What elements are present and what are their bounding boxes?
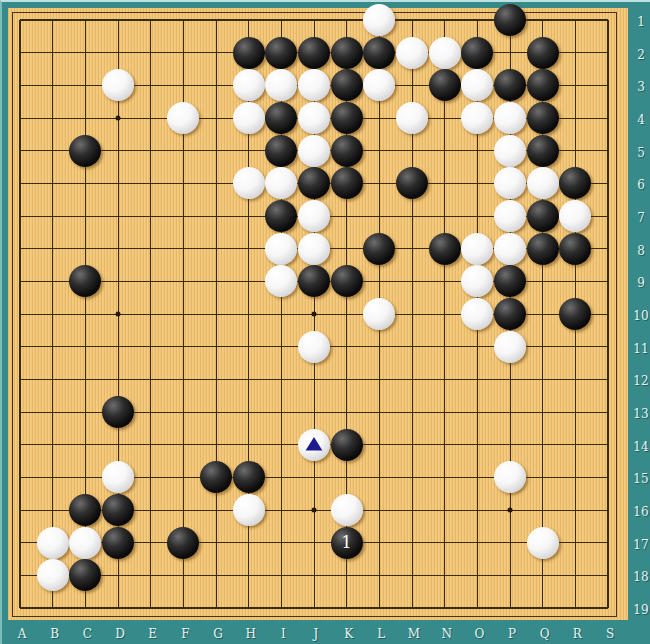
black-stone[interactable] bbox=[527, 69, 559, 101]
white-stone[interactable] bbox=[265, 69, 297, 101]
black-stone[interactable] bbox=[265, 102, 297, 134]
black-stone[interactable] bbox=[298, 265, 330, 297]
grid-line-vertical bbox=[444, 20, 445, 608]
black-stone[interactable] bbox=[461, 37, 493, 69]
white-stone[interactable] bbox=[559, 200, 591, 232]
white-stone[interactable] bbox=[102, 461, 134, 493]
row-label-14: 14 bbox=[633, 440, 648, 454]
black-stone[interactable] bbox=[233, 461, 265, 493]
row-label-12: 12 bbox=[633, 374, 648, 388]
black-stone[interactable] bbox=[363, 37, 395, 69]
black-stone[interactable] bbox=[102, 494, 134, 526]
white-stone[interactable] bbox=[461, 233, 493, 265]
black-stone[interactable] bbox=[527, 200, 559, 232]
black-stone[interactable] bbox=[331, 37, 363, 69]
white-stone[interactable] bbox=[298, 233, 330, 265]
black-stone[interactable] bbox=[331, 135, 363, 167]
white-stone[interactable] bbox=[461, 265, 493, 297]
row-label-7: 7 bbox=[637, 211, 645, 225]
row-label-8: 8 bbox=[637, 244, 645, 258]
white-stone[interactable] bbox=[102, 69, 134, 101]
white-stone[interactable] bbox=[461, 298, 493, 330]
black-stone[interactable] bbox=[265, 135, 297, 167]
white-stone[interactable] bbox=[265, 265, 297, 297]
column-label-H: H bbox=[245, 627, 255, 641]
white-stone[interactable] bbox=[527, 167, 559, 199]
column-label-C: C bbox=[83, 627, 92, 641]
black-stone[interactable] bbox=[69, 559, 101, 591]
black-stone[interactable] bbox=[559, 167, 591, 199]
row-label-18: 18 bbox=[633, 570, 648, 584]
column-label-A: A bbox=[18, 627, 27, 641]
white-stone[interactable] bbox=[527, 527, 559, 559]
white-stone[interactable] bbox=[363, 298, 395, 330]
column-label-G: G bbox=[213, 627, 223, 641]
white-stone[interactable] bbox=[37, 527, 69, 559]
white-stone[interactable] bbox=[494, 461, 526, 493]
black-stone[interactable] bbox=[429, 69, 461, 101]
black-stone[interactable] bbox=[167, 527, 199, 559]
black-stone[interactable] bbox=[69, 494, 101, 526]
black-stone[interactable] bbox=[233, 37, 265, 69]
black-stone[interactable]: 1 bbox=[331, 527, 363, 559]
row-label-6: 6 bbox=[637, 178, 645, 192]
row-label-2: 2 bbox=[637, 48, 645, 62]
white-stone[interactable] bbox=[37, 559, 69, 591]
row-label-5: 5 bbox=[637, 146, 645, 160]
white-stone[interactable] bbox=[396, 37, 428, 69]
black-stone[interactable] bbox=[527, 102, 559, 134]
white-stone[interactable] bbox=[494, 167, 526, 199]
white-stone[interactable] bbox=[396, 102, 428, 134]
black-stone[interactable] bbox=[494, 265, 526, 297]
go-board-frame: 1 ABCDEFGHIJKLMNOPQRS 123456789101112131… bbox=[0, 0, 650, 644]
row-label-1: 1 bbox=[637, 15, 645, 29]
column-label-I: I bbox=[281, 627, 286, 641]
row-label-9: 9 bbox=[637, 276, 645, 290]
column-label-N: N bbox=[441, 627, 452, 641]
star-point bbox=[508, 508, 513, 513]
black-stone[interactable] bbox=[527, 233, 559, 265]
white-stone[interactable] bbox=[331, 494, 363, 526]
column-label-B: B bbox=[50, 627, 59, 641]
column-label-O: O bbox=[474, 627, 484, 641]
white-stone[interactable] bbox=[233, 167, 265, 199]
white-stone[interactable] bbox=[461, 69, 493, 101]
black-stone[interactable] bbox=[429, 233, 461, 265]
row-label-15: 15 bbox=[633, 472, 648, 486]
row-label-17: 17 bbox=[633, 538, 648, 552]
column-label-E: E bbox=[148, 627, 157, 641]
column-label-P: P bbox=[508, 627, 516, 641]
column-label-S: S bbox=[606, 627, 614, 641]
white-stone[interactable] bbox=[494, 200, 526, 232]
row-label-19: 19 bbox=[633, 603, 648, 617]
column-label-L: L bbox=[377, 627, 385, 641]
white-stone[interactable] bbox=[298, 200, 330, 232]
black-stone[interactable] bbox=[298, 37, 330, 69]
black-stone[interactable] bbox=[298, 167, 330, 199]
black-stone[interactable] bbox=[494, 69, 526, 101]
white-stone[interactable] bbox=[298, 429, 330, 461]
row-label-10: 10 bbox=[633, 309, 648, 323]
grid-line-horizontal bbox=[20, 575, 608, 576]
black-stone[interactable] bbox=[265, 37, 297, 69]
white-stone[interactable] bbox=[429, 37, 461, 69]
black-stone[interactable] bbox=[559, 298, 591, 330]
white-stone[interactable] bbox=[233, 102, 265, 134]
column-label-K: K bbox=[344, 627, 353, 641]
white-stone[interactable] bbox=[494, 233, 526, 265]
white-stone[interactable] bbox=[265, 233, 297, 265]
column-label-R: R bbox=[573, 627, 582, 641]
column-label-M: M bbox=[408, 627, 420, 641]
black-stone[interactable] bbox=[559, 233, 591, 265]
column-label-D: D bbox=[115, 627, 125, 641]
white-stone[interactable] bbox=[69, 527, 101, 559]
white-stone[interactable] bbox=[298, 102, 330, 134]
white-stone[interactable] bbox=[167, 102, 199, 134]
go-board[interactable]: 1 bbox=[8, 8, 628, 620]
white-stone[interactable] bbox=[233, 494, 265, 526]
row-label-3: 3 bbox=[637, 80, 645, 94]
black-stone[interactable] bbox=[102, 527, 134, 559]
black-stone[interactable] bbox=[494, 298, 526, 330]
row-label-13: 13 bbox=[633, 407, 648, 421]
star-point bbox=[116, 116, 121, 121]
black-stone[interactable] bbox=[331, 167, 363, 199]
black-stone[interactable] bbox=[527, 135, 559, 167]
white-stone[interactable] bbox=[233, 69, 265, 101]
black-stone[interactable] bbox=[200, 461, 232, 493]
black-stone[interactable] bbox=[527, 37, 559, 69]
black-stone[interactable] bbox=[363, 233, 395, 265]
column-label-J: J bbox=[314, 627, 319, 641]
row-label-4: 4 bbox=[637, 113, 645, 127]
black-stone[interactable] bbox=[69, 135, 101, 167]
row-label-16: 16 bbox=[633, 505, 648, 519]
white-stone[interactable] bbox=[494, 331, 526, 363]
white-stone[interactable] bbox=[298, 69, 330, 101]
white-stone[interactable] bbox=[494, 135, 526, 167]
black-stone[interactable] bbox=[331, 69, 363, 101]
black-stone[interactable] bbox=[265, 200, 297, 232]
black-stone[interactable] bbox=[331, 265, 363, 297]
grid-line-horizontal bbox=[20, 607, 608, 609]
white-stone[interactable] bbox=[363, 69, 395, 101]
black-stone[interactable] bbox=[396, 167, 428, 199]
move-number-label: 1 bbox=[342, 535, 352, 551]
white-stone[interactable] bbox=[494, 102, 526, 134]
black-stone[interactable] bbox=[494, 4, 526, 36]
black-stone[interactable] bbox=[331, 429, 363, 461]
white-stone[interactable] bbox=[265, 167, 297, 199]
grid-line-vertical bbox=[607, 20, 609, 608]
black-stone[interactable] bbox=[102, 396, 134, 428]
black-stone[interactable] bbox=[331, 102, 363, 134]
star-point bbox=[312, 508, 317, 513]
column-label-Q: Q bbox=[540, 627, 550, 641]
triangle-marker bbox=[304, 436, 324, 453]
row-label-11: 11 bbox=[633, 342, 648, 356]
star-point bbox=[116, 312, 121, 317]
white-stone[interactable] bbox=[461, 102, 493, 134]
grid-line-horizontal bbox=[20, 379, 608, 380]
star-point bbox=[312, 312, 317, 317]
black-stone[interactable] bbox=[69, 265, 101, 297]
column-label-F: F bbox=[181, 627, 189, 641]
white-stone[interactable] bbox=[298, 135, 330, 167]
white-stone[interactable] bbox=[363, 4, 395, 36]
white-stone[interactable] bbox=[298, 331, 330, 363]
